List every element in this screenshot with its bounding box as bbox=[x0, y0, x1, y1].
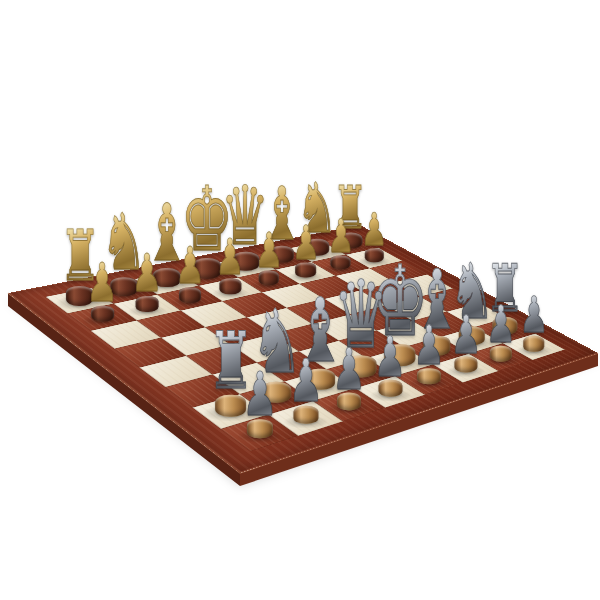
silver-wood-base bbox=[247, 420, 273, 439]
silver-pawn: ♟ bbox=[412, 336, 446, 385]
silver-wood-base bbox=[337, 392, 362, 410]
silver-pawn: ♟ bbox=[449, 325, 482, 373]
silver-pawn-glyph: ♟ bbox=[413, 321, 445, 370]
gold-pawn: ♟ bbox=[291, 235, 321, 278]
silver-pawn-glyph: ♟ bbox=[486, 302, 516, 348]
silver-pawn: ♟ bbox=[485, 316, 517, 362]
silver-wood-base bbox=[523, 336, 544, 351]
gold-pawn: ♟ bbox=[215, 249, 246, 294]
gold-pawn-glyph: ♟ bbox=[361, 210, 388, 250]
silver-pawn-glyph: ♟ bbox=[519, 293, 549, 338]
silver-pawn-glyph: ♟ bbox=[374, 332, 407, 382]
gold-pawn-glyph: ♟ bbox=[132, 251, 163, 298]
silver-wood-base bbox=[417, 368, 440, 385]
gold-pawn-glyph: ♟ bbox=[175, 243, 205, 289]
silver-pawn-glyph: ♟ bbox=[332, 343, 366, 394]
silver-pawn-glyph: ♟ bbox=[288, 355, 323, 408]
silver-pawn: ♟ bbox=[518, 306, 550, 351]
gold-pawn-glyph: ♟ bbox=[292, 222, 320, 264]
gold-wood-base bbox=[136, 296, 158, 312]
silver-wood-base bbox=[293, 406, 318, 424]
gold-wood-base bbox=[91, 306, 114, 323]
gold-wood-base bbox=[179, 287, 201, 303]
silver-pawn-glyph: ♟ bbox=[242, 367, 278, 421]
silver-pawn: ♟ bbox=[331, 358, 367, 410]
gold-pawn-glyph: ♟ bbox=[327, 216, 354, 257]
silver-pawn: ♟ bbox=[241, 384, 279, 439]
gold-pawn: ♟ bbox=[131, 265, 164, 312]
silver-wood-base bbox=[378, 380, 402, 397]
gold-pawn: ♟ bbox=[85, 274, 119, 322]
gold-wood-base bbox=[295, 263, 315, 278]
silver-pawn-glyph: ♟ bbox=[450, 311, 481, 358]
gold-wood-base bbox=[220, 279, 241, 294]
gold-pawn-glyph: ♟ bbox=[86, 260, 118, 308]
gold-wood-base bbox=[258, 270, 279, 285]
silver-wood-base bbox=[455, 357, 478, 373]
silver-pawn: ♟ bbox=[287, 371, 324, 424]
silver-pawn: ♟ bbox=[373, 347, 408, 397]
gold-pawn-glyph: ♟ bbox=[255, 229, 284, 272]
chess-set-photo: Metal Napoleonic figural chess set on a … bbox=[0, 0, 600, 600]
silver-wood-base bbox=[490, 346, 512, 362]
gold-pawn: ♟ bbox=[174, 257, 206, 303]
gold-pawn: ♟ bbox=[254, 242, 284, 286]
gold-pawn-glyph: ♟ bbox=[216, 236, 245, 280]
